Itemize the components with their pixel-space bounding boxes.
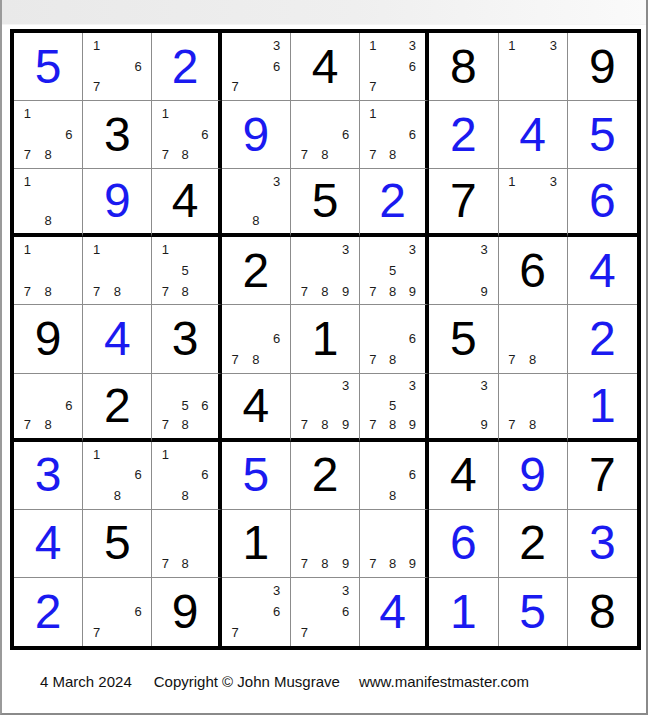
cell-r3c2[interactable]: 9 <box>83 169 152 237</box>
cell-r9c3[interactable]: 9 <box>152 578 221 646</box>
candidate-slot-2 <box>38 103 59 124</box>
candidate-slot-6 <box>543 328 564 349</box>
cell-r3c8[interactable]: 13 <box>499 169 568 237</box>
candidate-slot-6 <box>474 260 495 281</box>
candidate-slot-4 <box>432 260 453 281</box>
candidate-slot-8 <box>453 415 474 435</box>
candidate-slot-5 <box>383 464 403 485</box>
candidate-slot-1 <box>225 35 246 56</box>
candidate-slot-7 <box>363 485 383 506</box>
cell-r2c5[interactable]: 678 <box>291 101 360 169</box>
candidate-slot-1: 1 <box>502 171 523 191</box>
solved-digit: 3 <box>568 510 637 577</box>
candidate-slot-9 <box>543 211 564 231</box>
cell-r2c7[interactable]: 2 <box>429 101 498 169</box>
cell-r6c6[interactable]: 35789 <box>360 374 429 442</box>
candidate-slot-8 <box>107 76 128 97</box>
cell-r4c8[interactable]: 6 <box>499 237 568 305</box>
pencil-marks: 1367 <box>363 35 422 97</box>
candidate-slot-2 <box>245 35 266 56</box>
cell-r5c6[interactable]: 678 <box>360 305 429 373</box>
candidate-slot-6 <box>266 191 287 211</box>
cell-r8c2[interactable]: 5 <box>83 510 152 578</box>
cell-r5c8[interactable]: 78 <box>499 305 568 373</box>
candidate-slot-3: 3 <box>403 376 423 396</box>
candidate-slot-2 <box>107 444 128 465</box>
cell-r3c9[interactable]: 6 <box>568 169 637 237</box>
cell-r4c7[interactable]: 39 <box>429 237 498 305</box>
cell-r2c2[interactable]: 3 <box>83 101 152 169</box>
candidate-slot-5 <box>175 464 195 485</box>
pencil-marks: 167 <box>86 35 148 97</box>
candidate-slot-6: 6 <box>335 601 356 622</box>
candidate-slot-7: 7 <box>294 415 315 435</box>
candidate-slot-8: 8 <box>38 211 59 231</box>
cell-r5c5[interactable]: 1 <box>291 305 360 373</box>
candidate-slot-9 <box>335 622 356 643</box>
cell-r6c9[interactable]: 1 <box>568 374 637 442</box>
cell-r6c4[interactable]: 4 <box>222 374 291 442</box>
candidate-slot-3: 3 <box>266 580 287 601</box>
candidate-slot-2 <box>38 171 59 191</box>
cell-r1c3[interactable]: 2 <box>152 33 221 101</box>
candidate-slot-2 <box>107 35 128 56</box>
candidate-slot-9 <box>266 349 287 370</box>
candidate-slot-4 <box>225 601 246 622</box>
candidate-slot-8: 8 <box>522 415 543 435</box>
candidate-slot-8: 8 <box>245 349 266 370</box>
candidate-slot-6 <box>335 532 356 553</box>
candidate-slot-4 <box>294 601 315 622</box>
candidate-slot-5 <box>107 56 128 77</box>
candidate-slot-8 <box>315 622 336 643</box>
candidate-slot-1 <box>502 307 523 328</box>
candidate-slot-1 <box>432 239 453 260</box>
cell-r9c7[interactable]: 1 <box>429 578 498 646</box>
candidate-slot-3 <box>266 307 287 328</box>
candidate-slot-8: 8 <box>315 553 336 574</box>
candidate-slot-9: 9 <box>335 553 356 574</box>
given-digit: 4 <box>152 169 217 233</box>
candidate-slot-1 <box>225 307 246 328</box>
candidate-slot-4 <box>155 124 175 145</box>
candidate-slot-6 <box>403 395 423 415</box>
cell-r4c6[interactable]: 35789 <box>360 237 429 305</box>
candidate-slot-7: 7 <box>17 145 38 166</box>
candidate-slot-1: 1 <box>86 35 107 56</box>
candidate-slot-4 <box>363 328 383 349</box>
cell-r7c8[interactable]: 9 <box>499 442 568 510</box>
candidate-slot-1: 1 <box>17 171 38 191</box>
cell-r6c3[interactable]: 5678 <box>152 374 221 442</box>
candidate-slot-9 <box>335 145 356 166</box>
candidate-slot-5 <box>315 260 336 281</box>
candidate-slot-1 <box>363 307 383 328</box>
candidate-slot-1 <box>225 171 246 191</box>
cell-r1c2[interactable]: 167 <box>83 33 152 101</box>
candidate-slot-8: 8 <box>38 281 59 302</box>
candidate-slot-3 <box>128 239 149 260</box>
candidate-slot-6: 6 <box>335 124 356 145</box>
candidate-slot-1 <box>363 444 383 465</box>
given-digit: 2 <box>83 374 151 438</box>
candidate-slot-3 <box>335 103 356 124</box>
cell-r8c4[interactable]: 1 <box>222 510 291 578</box>
candidate-slot-3 <box>195 444 215 465</box>
candidate-slot-1 <box>294 239 315 260</box>
cell-r7c3[interactable]: 168 <box>152 442 221 510</box>
cell-r5c2[interactable]: 4 <box>83 305 152 373</box>
candidate-slot-1 <box>363 512 383 533</box>
cell-r4c5[interactable]: 3789 <box>291 237 360 305</box>
candidate-slot-8 <box>522 76 543 97</box>
cell-r9c8[interactable]: 5 <box>499 578 568 646</box>
given-digit: 1 <box>222 510 290 577</box>
cell-r3c6[interactable]: 2 <box>360 169 429 237</box>
candidate-slot-4 <box>502 191 523 211</box>
candidate-slot-2 <box>175 103 195 124</box>
candidate-slot-5 <box>38 191 59 211</box>
pencil-marks: 68 <box>363 444 422 506</box>
candidate-slot-8: 8 <box>383 281 403 302</box>
candidate-slot-6: 6 <box>128 56 149 77</box>
candidate-slot-5 <box>522 395 543 415</box>
cell-r3c3[interactable]: 4 <box>152 169 221 237</box>
cell-r5c9[interactable]: 2 <box>568 305 637 373</box>
candidate-slot-8: 8 <box>522 349 543 370</box>
candidate-slot-7: 7 <box>502 415 523 435</box>
candidate-slot-4 <box>17 260 38 281</box>
given-digit: 5 <box>291 169 359 233</box>
candidate-slot-8: 8 <box>315 145 336 166</box>
candidate-slot-3 <box>403 307 423 328</box>
candidate-slot-8 <box>107 622 128 643</box>
candidate-slot-6 <box>543 395 564 415</box>
candidate-slot-5 <box>38 260 59 281</box>
solved-digit: 9 <box>499 442 567 509</box>
cell-r1c8[interactable]: 13 <box>499 33 568 101</box>
cell-r1c5[interactable]: 4 <box>291 33 360 101</box>
candidate-slot-6: 6 <box>403 124 423 145</box>
candidate-slot-5: 5 <box>383 395 403 415</box>
candidate-slot-3: 3 <box>335 580 356 601</box>
candidate-slot-6 <box>195 260 215 281</box>
candidate-slot-9 <box>195 145 215 166</box>
candidate-slot-4 <box>363 532 383 553</box>
cell-r7c5[interactable]: 2 <box>291 442 360 510</box>
candidate-slot-3 <box>195 512 215 533</box>
candidate-slot-8: 8 <box>107 485 128 506</box>
candidate-slot-2 <box>383 512 403 533</box>
candidate-slot-3 <box>58 239 79 260</box>
pencil-marks: 367 <box>294 580 356 643</box>
candidate-slot-2 <box>383 376 403 396</box>
candidate-slot-5 <box>175 124 195 145</box>
candidate-slot-9 <box>195 485 215 506</box>
candidate-slot-2 <box>107 239 128 260</box>
given-digit: 9 <box>568 33 637 100</box>
cell-r9c4[interactable]: 367 <box>222 578 291 646</box>
cell-r6c2[interactable]: 2 <box>83 374 152 442</box>
candidate-slot-1: 1 <box>155 239 175 260</box>
cell-r8c8[interactable]: 2 <box>499 510 568 578</box>
pencil-marks: 1678 <box>17 103 79 165</box>
candidate-slot-1: 1 <box>155 103 175 124</box>
cell-r2c6[interactable]: 1678 <box>360 101 429 169</box>
cell-r9c6[interactable]: 4 <box>360 578 429 646</box>
cell-r7c4[interactable]: 5 <box>222 442 291 510</box>
pencil-marks: 789 <box>363 512 422 574</box>
candidate-slot-2 <box>522 307 543 328</box>
cell-r8c6[interactable]: 789 <box>360 510 429 578</box>
pencil-marks: 18 <box>17 171 79 230</box>
candidate-slot-2 <box>453 239 474 260</box>
candidate-slot-8 <box>245 622 266 643</box>
candidate-slot-5 <box>315 124 336 145</box>
cell-r6c5[interactable]: 3789 <box>291 374 360 442</box>
pencil-marks: 35789 <box>363 239 422 301</box>
cell-r8c5[interactable]: 789 <box>291 510 360 578</box>
candidate-slot-9: 9 <box>335 281 356 302</box>
pencil-marks: 78 <box>155 512 214 574</box>
cell-r8c7[interactable]: 6 <box>429 510 498 578</box>
cell-r5c3[interactable]: 3 <box>152 305 221 373</box>
candidate-slot-4 <box>86 601 107 622</box>
candidate-slot-4 <box>155 532 175 553</box>
candidate-slot-6: 6 <box>195 395 215 415</box>
candidate-slot-1 <box>86 580 107 601</box>
candidate-slot-2 <box>175 376 195 396</box>
pencil-marks: 168 <box>86 444 148 506</box>
candidate-slot-9 <box>403 485 423 506</box>
candidate-slot-4 <box>225 191 246 211</box>
candidate-slot-4 <box>86 260 107 281</box>
window-top-bar <box>2 0 646 25</box>
cell-r4c4[interactable]: 2 <box>222 237 291 305</box>
candidate-slot-2 <box>315 512 336 533</box>
candidate-slot-7: 7 <box>225 76 246 97</box>
candidate-slot-9: 9 <box>403 415 423 435</box>
candidate-slot-1 <box>17 376 38 396</box>
candidate-slot-7 <box>225 211 246 231</box>
candidate-slot-2 <box>38 239 59 260</box>
cell-r1c1[interactable]: 5 <box>14 33 83 101</box>
candidate-slot-7: 7 <box>502 349 523 370</box>
cell-r3c5[interactable]: 5 <box>291 169 360 237</box>
candidate-slot-6: 6 <box>266 56 287 77</box>
cell-r6c8[interactable]: 78 <box>499 374 568 442</box>
candidate-slot-3: 3 <box>335 376 356 396</box>
candidate-slot-3: 3 <box>403 239 423 260</box>
cell-r4c9[interactable]: 4 <box>568 237 637 305</box>
candidate-slot-1: 1 <box>17 239 38 260</box>
cell-r7c7[interactable]: 4 <box>429 442 498 510</box>
cell-r3c1[interactable]: 18 <box>14 169 83 237</box>
candidate-slot-1 <box>294 103 315 124</box>
candidate-slot-2 <box>383 444 403 465</box>
pencil-marks: 1578 <box>155 239 214 301</box>
cell-r1c4[interactable]: 367 <box>222 33 291 101</box>
solved-digit: 2 <box>429 101 497 168</box>
candidate-slot-5 <box>383 328 403 349</box>
cell-r9c5[interactable]: 367 <box>291 578 360 646</box>
candidate-slot-3: 3 <box>403 35 423 56</box>
cell-r2c8[interactable]: 4 <box>499 101 568 169</box>
cell-r8c9[interactable]: 3 <box>568 510 637 578</box>
candidate-slot-3 <box>543 376 564 396</box>
candidate-slot-4 <box>502 395 523 415</box>
footer: 4 March 2024Copyright © John Musgravewww… <box>40 672 529 691</box>
pencil-marks: 78 <box>502 376 564 435</box>
pencil-marks: 178 <box>17 239 79 301</box>
given-digit: 8 <box>568 578 637 646</box>
given-digit: 1 <box>291 305 359 372</box>
candidate-slot-9 <box>403 76 423 97</box>
solved-digit: 4 <box>568 237 637 304</box>
solved-digit: 1 <box>429 578 497 646</box>
cell-r4c2[interactable]: 178 <box>83 237 152 305</box>
candidate-slot-4 <box>363 124 383 145</box>
candidate-slot-8: 8 <box>175 145 195 166</box>
candidate-slot-6 <box>543 56 564 77</box>
candidate-slot-4 <box>363 464 383 485</box>
cell-r9c9[interactable]: 8 <box>568 578 637 646</box>
cell-r5c4[interactable]: 678 <box>222 305 291 373</box>
candidate-slot-3 <box>195 376 215 396</box>
candidate-slot-2 <box>522 376 543 396</box>
candidate-slot-9 <box>543 349 564 370</box>
cell-r3c4[interactable]: 38 <box>222 169 291 237</box>
pencil-marks: 178 <box>86 239 148 301</box>
candidate-slot-8: 8 <box>38 415 59 435</box>
candidate-slot-4 <box>86 56 107 77</box>
cell-r2c4[interactable]: 9 <box>222 101 291 169</box>
candidate-slot-4 <box>294 260 315 281</box>
candidate-slot-3 <box>195 239 215 260</box>
candidate-slot-6: 6 <box>403 56 423 77</box>
candidate-slot-7: 7 <box>363 145 383 166</box>
candidate-slot-5 <box>38 124 59 145</box>
pencil-marks: 67 <box>86 580 148 643</box>
cell-r1c7[interactable]: 8 <box>429 33 498 101</box>
solved-digit: 6 <box>429 510 497 577</box>
candidate-slot-7: 7 <box>155 553 175 574</box>
candidate-slot-7: 7 <box>155 281 175 302</box>
candidate-slot-3 <box>128 444 149 465</box>
candidate-slot-4 <box>17 124 38 145</box>
candidate-slot-7: 7 <box>294 622 315 643</box>
pencil-marks: 39 <box>432 239 494 301</box>
footer-website: www.manifestmaster.com <box>359 673 529 690</box>
candidate-slot-8: 8 <box>383 415 403 435</box>
candidate-slot-4 <box>225 56 246 77</box>
given-digit: 8 <box>429 33 497 100</box>
solved-digit: 9 <box>222 101 290 168</box>
candidate-slot-4 <box>363 260 383 281</box>
cell-r8c1[interactable]: 4 <box>14 510 83 578</box>
cell-r2c9[interactable]: 5 <box>568 101 637 169</box>
candidate-slot-8 <box>522 211 543 231</box>
candidate-slot-8: 8 <box>315 415 336 435</box>
candidate-slot-9: 9 <box>474 281 495 302</box>
candidate-slot-4 <box>502 56 523 77</box>
candidate-slot-7: 7 <box>294 145 315 166</box>
pencil-marks: 13 <box>502 35 564 97</box>
candidate-slot-5 <box>522 191 543 211</box>
pencil-marks: 1678 <box>155 103 214 165</box>
pencil-marks: 678 <box>294 103 356 165</box>
candidate-slot-4 <box>155 260 175 281</box>
candidate-slot-2 <box>383 239 403 260</box>
candidate-slot-9: 9 <box>335 415 356 435</box>
given-digit: 2 <box>222 237 290 304</box>
candidate-slot-1 <box>155 512 175 533</box>
candidate-slot-6 <box>403 260 423 281</box>
candidate-slot-5 <box>383 56 403 77</box>
solved-digit: 4 <box>14 510 82 577</box>
candidate-slot-7 <box>432 281 453 302</box>
cell-r2c3[interactable]: 1678 <box>152 101 221 169</box>
candidate-slot-7 <box>502 76 523 97</box>
cell-r8c3[interactable]: 78 <box>152 510 221 578</box>
solved-digit: 4 <box>499 101 567 168</box>
cell-r7c1[interactable]: 3 <box>14 442 83 510</box>
cell-r5c1[interactable]: 9 <box>14 305 83 373</box>
candidate-slot-3 <box>58 103 79 124</box>
candidate-slot-7: 7 <box>363 415 383 435</box>
candidate-slot-6 <box>58 191 79 211</box>
candidate-slot-8: 8 <box>175 485 195 506</box>
candidate-slot-1: 1 <box>363 103 383 124</box>
cell-r9c1[interactable]: 2 <box>14 578 83 646</box>
candidate-slot-3 <box>58 171 79 191</box>
cell-r7c6[interactable]: 68 <box>360 442 429 510</box>
cell-r6c1[interactable]: 678 <box>14 374 83 442</box>
candidate-slot-6: 6 <box>128 601 149 622</box>
candidate-slot-6 <box>335 395 356 415</box>
candidate-slot-9 <box>58 211 79 231</box>
candidate-slot-7: 7 <box>17 415 38 435</box>
candidate-slot-2 <box>383 307 403 328</box>
candidate-slot-5: 5 <box>175 395 195 415</box>
pencil-marks: 1678 <box>363 103 422 165</box>
footer-date: 4 March 2024 <box>40 673 132 690</box>
cell-r4c1[interactable]: 178 <box>14 237 83 305</box>
cell-r6c7[interactable]: 39 <box>429 374 498 442</box>
candidate-slot-1 <box>155 376 175 396</box>
cell-r7c9[interactable]: 7 <box>568 442 637 510</box>
cell-r2c1[interactable]: 1678 <box>14 101 83 169</box>
candidate-slot-2 <box>315 103 336 124</box>
cell-r4c3[interactable]: 1578 <box>152 237 221 305</box>
cell-r1c6[interactable]: 1367 <box>360 33 429 101</box>
candidate-slot-9 <box>195 553 215 574</box>
candidate-slot-7 <box>432 415 453 435</box>
cell-r5c7[interactable]: 5 <box>429 305 498 373</box>
solved-digit: 6 <box>568 169 637 233</box>
cell-r3c7[interactable]: 7 <box>429 169 498 237</box>
solved-digit: 2 <box>568 305 637 372</box>
candidate-slot-2 <box>453 376 474 396</box>
candidate-slot-8: 8 <box>383 485 403 506</box>
candidate-slot-5 <box>453 395 474 415</box>
candidate-slot-3 <box>403 103 423 124</box>
cell-r9c2[interactable]: 67 <box>83 578 152 646</box>
cell-r7c2[interactable]: 168 <box>83 442 152 510</box>
candidate-slot-1: 1 <box>502 35 523 56</box>
candidate-slot-9 <box>195 415 215 435</box>
cell-r1c9[interactable]: 9 <box>568 33 637 101</box>
